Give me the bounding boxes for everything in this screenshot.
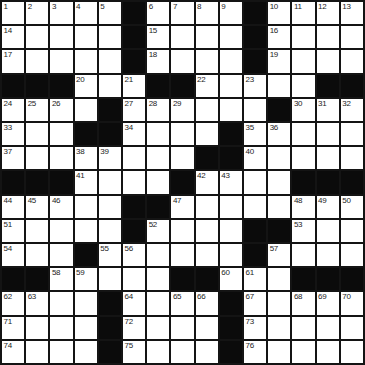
clue-number: 32 [342, 99, 350, 108]
cell-r13c2[interactable]: 63 [26, 292, 48, 314]
cell-r10c9[interactable] [196, 220, 218, 242]
clue-number: 6 [149, 2, 153, 11]
clue-number: 5 [100, 2, 104, 11]
cell-r9c1[interactable]: 44 [2, 196, 24, 218]
cell-r14c10 [220, 317, 242, 339]
cell-r4c10[interactable] [220, 75, 242, 97]
cell-r8c15 [341, 171, 363, 193]
clue-number: 39 [100, 147, 108, 156]
cell-r2c4[interactable] [75, 26, 97, 48]
cell-r12c14 [317, 268, 339, 290]
cell-r14c4[interactable] [75, 317, 97, 339]
clue-number: 19 [270, 50, 278, 59]
cell-r14c1[interactable]: 71 [2, 317, 24, 339]
clue-number: 26 [52, 99, 60, 108]
cell-r15c10 [220, 341, 242, 363]
cell-r14c3[interactable] [50, 317, 72, 339]
clue-number: 18 [149, 50, 157, 59]
cell-r4c3 [50, 75, 72, 97]
cell-r13c9[interactable]: 66 [196, 292, 218, 314]
clue-number: 21 [125, 75, 133, 84]
clue-number: 41 [76, 171, 84, 180]
cell-r2c2[interactable] [26, 26, 48, 48]
clue-number: 54 [4, 244, 12, 253]
cell-r3c12[interactable]: 19 [268, 50, 290, 72]
cell-r11c7[interactable] [147, 244, 169, 266]
cell-r1c8[interactable]: 7 [171, 2, 193, 24]
cell-r4c9[interactable]: 22 [196, 75, 218, 97]
cell-r2c8[interactable] [171, 26, 193, 48]
cell-r10c15[interactable] [341, 220, 363, 242]
cell-r8c2 [26, 171, 48, 193]
cell-r5c14[interactable]: 31 [317, 99, 339, 121]
cell-r14c11[interactable]: 73 [244, 317, 266, 339]
cell-r6c11[interactable]: 35 [244, 123, 266, 145]
cell-r11c4 [75, 244, 97, 266]
cell-r14c6[interactable]: 72 [123, 317, 145, 339]
cell-r13c12[interactable] [268, 292, 290, 314]
cell-r4c1 [2, 75, 24, 97]
cell-r7c15[interactable] [341, 147, 363, 169]
crossword-page: 1234567891011121314151617181920212223242… [0, 0, 365, 365]
cell-r6c9[interactable] [196, 123, 218, 145]
cell-r13c1[interactable]: 62 [2, 292, 24, 314]
clue-number: 17 [4, 50, 12, 59]
clue-number: 61 [246, 268, 254, 277]
cell-r3c7[interactable]: 18 [147, 50, 169, 72]
clue-number: 8 [197, 2, 201, 11]
clue-number: 56 [125, 244, 133, 253]
clue-number: 4 [76, 2, 80, 11]
clue-number: 30 [294, 99, 302, 108]
cell-r9c10[interactable] [220, 196, 242, 218]
cell-r4c6[interactable]: 21 [123, 75, 145, 97]
cell-r13c7[interactable] [147, 292, 169, 314]
cell-r13c8[interactable]: 65 [171, 292, 193, 314]
cell-r3c5[interactable] [99, 50, 121, 72]
cell-r2c14[interactable] [317, 26, 339, 48]
clue-number: 15 [149, 26, 157, 35]
clue-number: 14 [4, 26, 12, 35]
clue-number: 43 [221, 171, 229, 180]
cell-r3c10[interactable] [220, 50, 242, 72]
cell-r10c5[interactable] [99, 220, 121, 242]
cell-r14c8[interactable] [171, 317, 193, 339]
cell-r8c13 [292, 171, 314, 193]
clue-number: 63 [28, 292, 36, 301]
clue-number: 27 [125, 99, 133, 108]
cell-r7c1[interactable]: 37 [2, 147, 24, 169]
cell-r3c11 [244, 50, 266, 72]
cell-r15c13[interactable] [292, 341, 314, 363]
cell-r11c10[interactable] [220, 244, 242, 266]
cell-r7c4[interactable]: 38 [75, 147, 97, 169]
clue-number: 35 [246, 123, 254, 132]
cell-r6c3[interactable] [50, 123, 72, 145]
cell-r3c9[interactable] [196, 50, 218, 72]
cell-r8c4[interactable]: 41 [75, 171, 97, 193]
cell-r11c2[interactable] [26, 244, 48, 266]
clue-number: 76 [246, 341, 254, 350]
clue-number: 75 [125, 341, 133, 350]
cell-r15c15[interactable] [341, 341, 363, 363]
clue-number: 44 [4, 196, 12, 205]
cell-r7c8[interactable] [171, 147, 193, 169]
cell-r7c13[interactable] [292, 147, 314, 169]
clue-number: 7 [173, 2, 177, 11]
cell-r12c8 [171, 268, 193, 290]
clue-number: 53 [294, 220, 302, 229]
cell-r8c3 [50, 171, 72, 193]
cell-r4c14 [317, 75, 339, 97]
cell-r13c6[interactable]: 64 [123, 292, 145, 314]
cell-r10c2[interactable] [26, 220, 48, 242]
cell-r2c15[interactable] [341, 26, 363, 48]
clue-number: 42 [197, 171, 205, 180]
clue-number: 69 [318, 292, 326, 301]
cell-r2c13[interactable] [292, 26, 314, 48]
clue-number: 40 [246, 147, 254, 156]
cell-r6c15[interactable] [341, 123, 363, 145]
cell-r6c1[interactable]: 33 [2, 123, 24, 145]
cell-r9c15[interactable]: 50 [341, 196, 363, 218]
cell-r13c11[interactable]: 67 [244, 292, 266, 314]
cell-r5c6[interactable]: 27 [123, 99, 145, 121]
cell-r15c5 [99, 341, 121, 363]
cell-r7c12[interactable] [268, 147, 290, 169]
clue-number: 37 [4, 147, 12, 156]
cell-r2c12[interactable]: 16 [268, 26, 290, 48]
cell-r7c7[interactable] [147, 147, 169, 169]
clue-number: 11 [294, 2, 302, 11]
cell-r12c2 [26, 268, 48, 290]
clue-number: 38 [76, 147, 84, 156]
cell-r15c14[interactable] [317, 341, 339, 363]
cell-r10c14[interactable] [317, 220, 339, 242]
clue-number: 70 [342, 292, 350, 301]
cell-r15c9[interactable] [196, 341, 218, 363]
clue-number: 46 [52, 196, 60, 205]
cell-r13c5 [99, 292, 121, 314]
cell-r3c3[interactable] [50, 50, 72, 72]
cell-r9c4[interactable] [75, 196, 97, 218]
clue-number: 55 [100, 244, 108, 253]
cell-r13c3[interactable] [50, 292, 72, 314]
clue-number: 47 [173, 196, 181, 205]
cell-r1c6 [123, 2, 145, 24]
cell-r5c2[interactable]: 25 [26, 99, 48, 121]
cell-r11c11 [244, 244, 266, 266]
cell-r7c3[interactable] [50, 147, 72, 169]
cell-r14c14[interactable] [317, 317, 339, 339]
clue-number: 1 [4, 2, 8, 11]
cell-r10c3[interactable] [50, 220, 72, 242]
cell-r5c10[interactable] [220, 99, 242, 121]
cell-r8c12[interactable] [268, 171, 290, 193]
cell-r7c5[interactable]: 39 [99, 147, 121, 169]
clue-number: 20 [76, 75, 84, 84]
clue-number: 50 [342, 196, 350, 205]
cell-r4c2 [26, 75, 48, 97]
cell-r14c5 [99, 317, 121, 339]
cell-r2c11 [244, 26, 266, 48]
cell-r1c5[interactable]: 5 [99, 2, 121, 24]
clue-number: 24 [4, 99, 12, 108]
cell-r11c1[interactable]: 54 [2, 244, 24, 266]
cell-r6c8[interactable] [171, 123, 193, 145]
clue-number: 72 [125, 317, 133, 326]
cell-r5c3[interactable]: 26 [50, 99, 72, 121]
cell-r12c9 [196, 268, 218, 290]
cell-r6c6[interactable]: 34 [123, 123, 145, 145]
cell-r6c5 [99, 123, 121, 145]
cell-r7c9 [196, 147, 218, 169]
clue-number: 23 [246, 75, 254, 84]
cell-r13c15[interactable]: 70 [341, 292, 363, 314]
clue-number: 68 [294, 292, 302, 301]
cell-r5c7[interactable]: 28 [147, 99, 169, 121]
cell-r4c11[interactable]: 23 [244, 75, 266, 97]
clue-number: 34 [125, 123, 133, 132]
clue-number: 16 [270, 26, 278, 35]
cell-r11c15[interactable] [341, 244, 363, 266]
cell-r14c15[interactable] [341, 317, 363, 339]
cell-r9c14[interactable]: 49 [317, 196, 339, 218]
cell-r1c4[interactable]: 4 [75, 2, 97, 24]
cell-r12c12[interactable] [268, 268, 290, 290]
cell-r10c4[interactable] [75, 220, 97, 242]
cell-r2c10[interactable] [220, 26, 242, 48]
cell-r11c6[interactable]: 56 [123, 244, 145, 266]
cell-r1c14[interactable]: 12 [317, 2, 339, 24]
clue-number: 33 [4, 123, 12, 132]
cell-r6c4 [75, 123, 97, 145]
cell-r15c4[interactable] [75, 341, 97, 363]
cell-r14c7[interactable] [147, 317, 169, 339]
cell-r12c11[interactable]: 61 [244, 268, 266, 290]
cell-r11c3[interactable] [50, 244, 72, 266]
cell-r11c8[interactable] [171, 244, 193, 266]
clue-number: 36 [270, 123, 278, 132]
cell-r9c5[interactable] [99, 196, 121, 218]
cell-r3c6 [123, 50, 145, 72]
clue-number: 48 [294, 196, 302, 205]
cell-r12c3[interactable]: 58 [50, 268, 72, 290]
cell-r10c7[interactable]: 52 [147, 220, 169, 242]
cell-r15c7[interactable] [147, 341, 169, 363]
cell-r12c13 [292, 268, 314, 290]
clue-number: 58 [52, 268, 60, 277]
cell-r12c15 [341, 268, 363, 290]
clue-number: 28 [149, 99, 157, 108]
cell-r15c3[interactable] [50, 341, 72, 363]
cell-r3c8[interactable] [171, 50, 193, 72]
cell-r12c4[interactable]: 59 [75, 268, 97, 290]
cell-r10c11 [244, 220, 266, 242]
cell-r4c4[interactable]: 20 [75, 75, 97, 97]
cell-r12c5[interactable] [99, 268, 121, 290]
cell-r1c11 [244, 2, 266, 24]
cell-r7c2[interactable] [26, 147, 48, 169]
cell-r13c10 [220, 292, 242, 314]
cell-r8c8 [171, 171, 193, 193]
cell-r6c13[interactable] [292, 123, 314, 145]
clue-number: 9 [221, 2, 225, 11]
cell-r6c2[interactable] [26, 123, 48, 145]
cell-r6c14[interactable] [317, 123, 339, 145]
cell-r11c13[interactable] [292, 244, 314, 266]
cell-r4c8 [171, 75, 193, 97]
cell-r8c9[interactable]: 42 [196, 171, 218, 193]
cell-r5c9[interactable] [196, 99, 218, 121]
cell-r1c12[interactable]: 10 [268, 2, 290, 24]
cell-r5c8[interactable]: 29 [171, 99, 193, 121]
cell-r12c7[interactable] [147, 268, 169, 290]
cell-r15c6[interactable]: 75 [123, 341, 145, 363]
clue-number: 22 [197, 75, 205, 84]
cell-r9c7 [147, 196, 169, 218]
clue-number: 49 [318, 196, 326, 205]
clue-number: 66 [197, 292, 205, 301]
cell-r6c10 [220, 123, 242, 145]
cell-r10c10[interactable] [220, 220, 242, 242]
clue-number: 51 [4, 220, 12, 229]
cell-r13c13[interactable]: 68 [292, 292, 314, 314]
cell-r10c1[interactable]: 51 [2, 220, 24, 242]
cell-r1c3[interactable]: 3 [50, 2, 72, 24]
cell-r14c12[interactable] [268, 317, 290, 339]
cell-r13c4[interactable] [75, 292, 97, 314]
cell-r2c7[interactable]: 15 [147, 26, 169, 48]
clue-number: 25 [28, 99, 36, 108]
cell-r11c9[interactable] [196, 244, 218, 266]
cell-r1c7[interactable]: 6 [147, 2, 169, 24]
cell-r15c11[interactable]: 76 [244, 341, 266, 363]
cell-r15c1[interactable]: 74 [2, 341, 24, 363]
cell-r9c2[interactable]: 45 [26, 196, 48, 218]
cell-r5c11[interactable] [244, 99, 266, 121]
cell-r11c12[interactable]: 57 [268, 244, 290, 266]
cell-r3c4[interactable] [75, 50, 97, 72]
cell-r14c13[interactable] [292, 317, 314, 339]
clue-number: 67 [246, 292, 254, 301]
cell-r14c9[interactable] [196, 317, 218, 339]
cell-r8c1 [2, 171, 24, 193]
cell-r10c8[interactable] [171, 220, 193, 242]
cell-r2c6 [123, 26, 145, 48]
cell-r8c11[interactable] [244, 171, 266, 193]
clue-number: 12 [318, 2, 326, 11]
cell-r10c13[interactable]: 53 [292, 220, 314, 242]
cell-r3c2[interactable] [26, 50, 48, 72]
cell-r8c7[interactable] [147, 171, 169, 193]
cell-r5c5 [99, 99, 121, 121]
cell-r9c9[interactable] [196, 196, 218, 218]
cell-r1c13[interactable]: 11 [292, 2, 314, 24]
cell-r2c9[interactable] [196, 26, 218, 48]
cell-r2c5[interactable] [99, 26, 121, 48]
cell-r8c5[interactable] [99, 171, 121, 193]
cell-r11c14[interactable] [317, 244, 339, 266]
cell-r1c9[interactable]: 8 [196, 2, 218, 24]
cell-r9c13[interactable]: 48 [292, 196, 314, 218]
clue-number: 52 [149, 220, 157, 229]
cell-r2c3[interactable] [50, 26, 72, 48]
cell-r9c11[interactable] [244, 196, 266, 218]
cell-r12c10[interactable]: 60 [220, 268, 242, 290]
cell-r4c7 [147, 75, 169, 97]
cell-r11c5[interactable]: 55 [99, 244, 121, 266]
cell-r9c3[interactable]: 46 [50, 196, 72, 218]
cell-r6c7[interactable] [147, 123, 169, 145]
cell-r3c15[interactable] [341, 50, 363, 72]
clue-number: 13 [342, 2, 350, 11]
cell-r4c15 [341, 75, 363, 97]
cell-r1c2[interactable]: 2 [26, 2, 48, 24]
cell-r5c12 [268, 99, 290, 121]
cell-r2c1[interactable]: 14 [2, 26, 24, 48]
cell-r5c1[interactable]: 24 [2, 99, 24, 121]
clue-number: 64 [125, 292, 133, 301]
cell-r9c8[interactable]: 47 [171, 196, 193, 218]
clue-number: 74 [4, 341, 12, 350]
cell-r7c14[interactable] [317, 147, 339, 169]
clue-number: 71 [4, 317, 12, 326]
cell-r1c15[interactable]: 13 [341, 2, 363, 24]
cell-r3c14[interactable] [317, 50, 339, 72]
cell-r6c12[interactable]: 36 [268, 123, 290, 145]
clue-number: 60 [221, 268, 229, 277]
clue-number: 3 [52, 2, 56, 11]
cell-r15c2[interactable] [26, 341, 48, 363]
crossword-grid: 1234567891011121314151617181920212223242… [0, 0, 365, 365]
cell-r8c14 [317, 171, 339, 193]
cell-r4c12[interactable] [268, 75, 290, 97]
cell-r12c6[interactable] [123, 268, 145, 290]
clue-number: 59 [76, 268, 84, 277]
cell-r7c11[interactable]: 40 [244, 147, 266, 169]
cell-r9c6 [123, 196, 145, 218]
cell-r15c8[interactable] [171, 341, 193, 363]
clue-number: 31 [318, 99, 326, 108]
clue-number: 10 [270, 2, 278, 11]
cell-r4c5[interactable] [99, 75, 121, 97]
clue-number: 29 [173, 99, 181, 108]
clue-number: 73 [246, 317, 254, 326]
cell-r8c10[interactable]: 43 [220, 171, 242, 193]
cell-r13c14[interactable]: 69 [317, 292, 339, 314]
cell-r3c1[interactable]: 17 [2, 50, 24, 72]
cell-r5c15[interactable]: 32 [341, 99, 363, 121]
cell-r10c6 [123, 220, 145, 242]
clue-number: 62 [4, 292, 12, 301]
clue-number: 65 [173, 292, 181, 301]
cell-r7c6[interactable] [123, 147, 145, 169]
cell-r1c10[interactable]: 9 [220, 2, 242, 24]
cell-r3c13[interactable] [292, 50, 314, 72]
cell-r15c12[interactable] [268, 341, 290, 363]
cell-r14c2[interactable] [26, 317, 48, 339]
cell-r1c1[interactable]: 1 [2, 2, 24, 24]
cell-r5c4[interactable] [75, 99, 97, 121]
cell-r10c12 [268, 220, 290, 242]
cell-r8c6[interactable] [123, 171, 145, 193]
cell-r4c13[interactable] [292, 75, 314, 97]
cell-r9c12[interactable] [268, 196, 290, 218]
clue-number: 45 [28, 196, 36, 205]
cell-r12c1 [2, 268, 24, 290]
cell-r5c13[interactable]: 30 [292, 99, 314, 121]
